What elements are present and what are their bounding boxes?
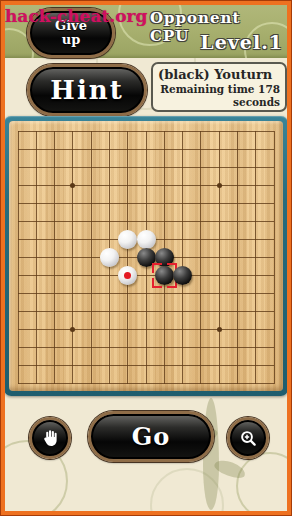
grid-line-horizontal xyxy=(18,329,274,330)
grid-line-horizontal xyxy=(18,347,274,348)
turn-text: (black) Youturn xyxy=(158,67,280,83)
grid-line-horizontal xyxy=(18,221,274,222)
remaining-time-text: Remaining time 178 xyxy=(158,83,280,96)
floral-ornament xyxy=(150,468,224,516)
stone-black xyxy=(155,248,174,267)
grid-line-horizontal xyxy=(18,149,274,150)
leaf-ornament xyxy=(213,457,248,481)
star-point xyxy=(217,183,222,188)
star-point xyxy=(217,327,222,332)
board-frame xyxy=(4,116,288,396)
stone-white xyxy=(118,230,137,249)
stone-black xyxy=(173,266,192,285)
floral-ornament xyxy=(236,452,292,516)
hint-button[interactable]: Hint xyxy=(27,64,147,116)
hand-open-icon xyxy=(40,428,61,449)
go-button[interactable]: Go xyxy=(88,411,214,462)
zoom-button[interactable] xyxy=(227,417,269,459)
stone-black xyxy=(137,248,156,267)
give-up-button[interactable]: Give up xyxy=(27,8,115,58)
magnifier-plus-icon xyxy=(238,428,259,449)
grid-line-horizontal xyxy=(18,311,274,312)
give-up-label-line1: Give xyxy=(55,19,87,33)
pass-hand-button[interactable] xyxy=(29,417,71,459)
grid-line-horizontal xyxy=(18,383,274,384)
stone-white xyxy=(118,266,137,285)
grid-line-horizontal xyxy=(18,293,274,294)
grid-line-horizontal xyxy=(18,203,274,204)
stone-white xyxy=(100,248,119,267)
remaining-time-units: seconds xyxy=(158,96,280,109)
grid-line-horizontal xyxy=(18,167,274,168)
give-up-label-line2: up xyxy=(62,33,81,47)
last-move-red-dot xyxy=(124,272,131,279)
grid-line-horizontal xyxy=(18,275,274,276)
stone-white xyxy=(137,230,156,249)
gomoku-app-screen: Opponent CPU Level.1 Give up Hint (black… xyxy=(0,0,292,516)
star-point xyxy=(70,327,75,332)
level-label: Level.1 xyxy=(200,31,283,53)
stone-black xyxy=(155,266,174,285)
hint-label: Hint xyxy=(50,75,123,105)
turn-status-box: (black) Youturn Remaining time 178 secon… xyxy=(151,62,287,112)
star-point xyxy=(70,183,75,188)
go-label: Go xyxy=(132,422,171,451)
grid-line-horizontal xyxy=(18,185,274,186)
grid-line-horizontal xyxy=(18,365,274,366)
board-wood[interactable] xyxy=(9,121,283,391)
grid-line-horizontal xyxy=(18,131,274,132)
